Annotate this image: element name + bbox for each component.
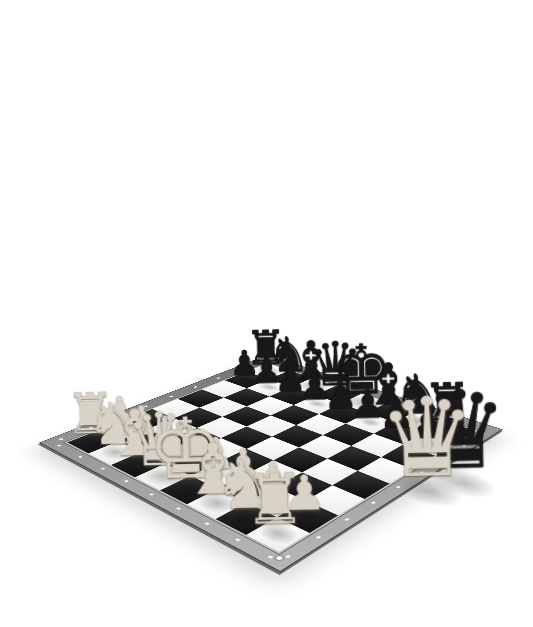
chess-board: ♜♞♟♝♟♛♟♚♟♝♟♞♟♟♜♟♟♜♟♟♞♟♝♟♛♟♚♛♛♟♝♟♞♜ <box>39 355 503 572</box>
chess-set-product-photo: ♜♞♟♝♟♛♟♚♟♝♟♞♟♟♜♟♟♜♟♟♞♟♝♟♛♟♚♛♛♟♝♟♞♜ <box>0 0 533 627</box>
white-rook-glyph: ♜ <box>199 463 350 536</box>
white-queen-glyph: ♛ <box>357 382 497 494</box>
